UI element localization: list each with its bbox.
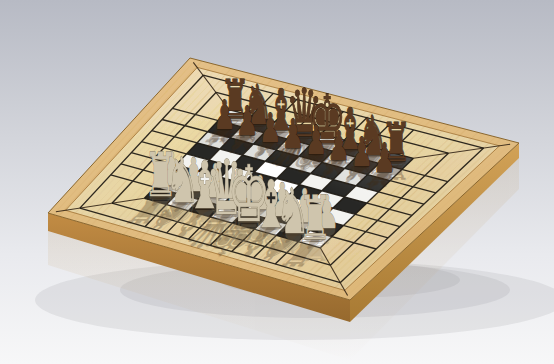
piece-glyph: ♟ xyxy=(373,135,395,182)
piece-glyph: ♟ xyxy=(236,98,258,145)
piece-glyph: ♟ xyxy=(328,123,350,170)
piece-glyph: ♟ xyxy=(282,110,304,157)
cad-viewport: ♜♜♜♞♞♞♟♟♟♝♝♝♟♟♟♛♛♛♟♟♟♚♚♚♟♟♟♝♝♝♟♟♟♞♞♞♟♟♟♜… xyxy=(0,0,554,364)
chess-board-render: ♜♜♜♞♞♞♟♟♟♝♝♝♟♟♟♛♛♛♟♟♟♚♚♚♟♟♟♝♝♝♟♟♟♞♞♞♟♟♟♜… xyxy=(0,0,554,364)
piece-glyph: ♜ xyxy=(298,183,332,254)
piece-glyph: ♟ xyxy=(305,116,327,163)
piece-glyph: ♟ xyxy=(213,92,235,139)
piece-glyph: ♟ xyxy=(350,129,372,176)
piece-glyph: ♟ xyxy=(259,104,281,151)
